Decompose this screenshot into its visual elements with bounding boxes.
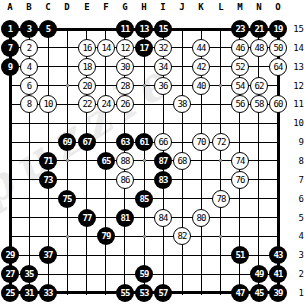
stone-black-35[interactable]: 35 xyxy=(20,265,38,283)
row-label-15: 15 xyxy=(288,24,304,34)
stone-black-23[interactable]: 23 xyxy=(231,20,249,38)
stone-white-24[interactable]: 24 xyxy=(97,95,115,113)
stone-black-43[interactable]: 43 xyxy=(269,246,287,264)
star-point xyxy=(66,84,69,87)
stone-black-29[interactable]: 29 xyxy=(1,246,19,264)
stone-black-11[interactable]: 11 xyxy=(116,20,134,38)
stone-white-18[interactable]: 18 xyxy=(78,58,96,76)
stone-black-33[interactable]: 33 xyxy=(39,284,57,302)
stone-black-63[interactable]: 63 xyxy=(116,133,134,151)
stone-white-36[interactable]: 36 xyxy=(154,77,172,95)
stone-white-22[interactable]: 22 xyxy=(78,95,96,113)
stone-black-61[interactable]: 61 xyxy=(135,133,153,151)
stone-white-20[interactable]: 20 xyxy=(78,77,96,95)
column-label-E: E xyxy=(80,2,94,12)
stone-white-10[interactable]: 10 xyxy=(39,95,57,113)
stone-white-4[interactable]: 4 xyxy=(20,58,38,76)
stone-white-64[interactable]: 64 xyxy=(269,58,287,76)
star-point xyxy=(219,84,222,87)
stone-black-71[interactable]: 71 xyxy=(39,152,57,170)
stone-black-51[interactable]: 51 xyxy=(231,246,249,264)
stone-black-1[interactable]: 1 xyxy=(1,20,19,38)
column-label-A: A xyxy=(3,2,17,12)
stone-black-15[interactable]: 15 xyxy=(154,20,172,38)
stone-white-48[interactable]: 48 xyxy=(250,39,268,57)
column-label-N: N xyxy=(252,2,266,12)
grid-line-horizontal xyxy=(9,217,280,218)
column-label-G: G xyxy=(118,2,132,12)
row-label-9: 9 xyxy=(288,137,304,147)
column-label-L: L xyxy=(214,2,228,12)
stone-black-73[interactable]: 73 xyxy=(39,171,57,189)
row-label-2: 2 xyxy=(288,269,304,279)
row-label-4: 4 xyxy=(288,231,304,241)
stone-black-57[interactable]: 57 xyxy=(154,284,172,302)
stone-black-65[interactable]: 65 xyxy=(97,152,115,170)
stone-white-62[interactable]: 62 xyxy=(250,77,268,95)
stone-white-78[interactable]: 78 xyxy=(212,190,230,208)
stone-white-88[interactable]: 88 xyxy=(116,152,134,170)
stone-black-75[interactable]: 75 xyxy=(58,190,76,208)
stone-white-58[interactable]: 58 xyxy=(250,95,268,113)
stone-white-12[interactable]: 12 xyxy=(116,39,134,57)
star-point xyxy=(143,84,146,87)
stone-white-74[interactable]: 74 xyxy=(231,152,249,170)
stone-white-30[interactable]: 30 xyxy=(116,58,134,76)
stone-black-13[interactable]: 13 xyxy=(135,20,153,38)
stone-white-72[interactable]: 72 xyxy=(212,133,230,151)
stone-black-25[interactable]: 25 xyxy=(1,284,19,302)
stone-black-19[interactable]: 19 xyxy=(269,20,287,38)
stone-black-49[interactable]: 49 xyxy=(250,265,268,283)
stone-white-40[interactable]: 40 xyxy=(192,77,210,95)
row-label-7: 7 xyxy=(288,175,304,185)
column-label-I: I xyxy=(156,2,170,12)
row-label-11: 11 xyxy=(288,99,304,109)
stone-white-8[interactable]: 8 xyxy=(20,95,38,113)
stone-black-79[interactable]: 79 xyxy=(97,227,115,245)
stone-black-77[interactable]: 77 xyxy=(78,209,96,227)
go-diagram-page: puzzle ABCDEFGHIJKLMNO151413121110987654… xyxy=(0,0,306,306)
stone-black-69[interactable]: 69 xyxy=(58,133,76,151)
column-label-F: F xyxy=(99,2,113,12)
star-point xyxy=(219,159,222,162)
stone-black-83[interactable]: 83 xyxy=(154,171,172,189)
row-label-3: 3 xyxy=(288,250,304,260)
stone-black-37[interactable]: 37 xyxy=(39,246,57,264)
stone-black-5[interactable]: 5 xyxy=(39,20,57,38)
stone-white-66[interactable]: 66 xyxy=(154,133,172,151)
row-label-6: 6 xyxy=(288,194,304,204)
stone-black-17[interactable]: 17 xyxy=(135,39,153,57)
stone-black-3[interactable]: 3 xyxy=(20,20,38,38)
stone-white-34[interactable]: 34 xyxy=(154,58,172,76)
stone-white-46[interactable]: 46 xyxy=(231,39,249,57)
row-label-13: 13 xyxy=(288,62,304,72)
stone-white-54[interactable]: 54 xyxy=(231,77,249,95)
stone-white-52[interactable]: 52 xyxy=(231,58,249,76)
column-label-H: H xyxy=(137,2,151,12)
stone-white-26[interactable]: 26 xyxy=(116,95,134,113)
column-label-C: C xyxy=(41,2,55,12)
stone-black-7[interactable]: 7 xyxy=(1,39,19,57)
star-point xyxy=(219,235,222,238)
stone-black-55[interactable]: 55 xyxy=(116,284,134,302)
stone-white-68[interactable]: 68 xyxy=(173,152,191,170)
row-label-14: 14 xyxy=(288,43,304,53)
row-label-5: 5 xyxy=(288,213,304,223)
stone-white-60[interactable]: 60 xyxy=(269,95,287,113)
column-label-O: O xyxy=(271,2,285,12)
stone-white-42[interactable]: 42 xyxy=(192,58,210,76)
stone-black-59[interactable]: 59 xyxy=(135,265,153,283)
stone-black-45[interactable]: 45 xyxy=(250,284,268,302)
stone-white-56[interactable]: 56 xyxy=(231,95,249,113)
stone-white-6[interactable]: 6 xyxy=(20,77,38,95)
stone-black-87[interactable]: 87 xyxy=(154,152,172,170)
stone-white-70[interactable]: 70 xyxy=(192,133,210,151)
column-label-M: M xyxy=(233,2,247,12)
star-point xyxy=(143,159,146,162)
row-label-12: 12 xyxy=(288,81,304,91)
stone-black-27[interactable]: 27 xyxy=(1,265,19,283)
stone-white-86[interactable]: 86 xyxy=(116,171,134,189)
grid-line-horizontal xyxy=(9,123,280,124)
column-label-D: D xyxy=(60,2,74,12)
row-label-1: 1 xyxy=(288,288,304,298)
stone-black-53[interactable]: 53 xyxy=(135,284,153,302)
stone-white-80[interactable]: 80 xyxy=(192,209,210,227)
stone-white-82[interactable]: 82 xyxy=(173,227,191,245)
row-label-8: 8 xyxy=(288,156,304,166)
stone-white-32[interactable]: 32 xyxy=(154,39,172,57)
stone-black-67[interactable]: 67 xyxy=(78,133,96,151)
column-label-K: K xyxy=(194,2,208,12)
row-label-10: 10 xyxy=(288,118,304,128)
stone-black-31[interactable]: 31 xyxy=(20,284,38,302)
stone-black-47[interactable]: 47 xyxy=(231,284,249,302)
stone-black-41[interactable]: 41 xyxy=(269,265,287,283)
stone-white-84[interactable]: 84 xyxy=(154,209,172,227)
stone-white-16[interactable]: 16 xyxy=(78,39,96,57)
stone-black-9[interactable]: 9 xyxy=(1,58,19,76)
stone-black-39[interactable]: 39 xyxy=(269,284,287,302)
stone-white-50[interactable]: 50 xyxy=(269,39,287,57)
stone-black-85[interactable]: 85 xyxy=(135,190,153,208)
stone-white-2[interactable]: 2 xyxy=(20,39,38,57)
star-point xyxy=(143,235,146,238)
star-point xyxy=(66,235,69,238)
star-point xyxy=(66,159,69,162)
stone-black-21[interactable]: 21 xyxy=(250,20,268,38)
stone-white-38[interactable]: 38 xyxy=(173,95,191,113)
stone-black-81[interactable]: 81 xyxy=(116,209,134,227)
column-label-B: B xyxy=(22,2,36,12)
stone-white-28[interactable]: 28 xyxy=(116,77,134,95)
column-label-J: J xyxy=(175,2,189,12)
stone-white-76[interactable]: 76 xyxy=(231,171,249,189)
stone-white-14[interactable]: 14 xyxy=(97,39,115,57)
stone-white-44[interactable]: 44 xyxy=(192,39,210,57)
